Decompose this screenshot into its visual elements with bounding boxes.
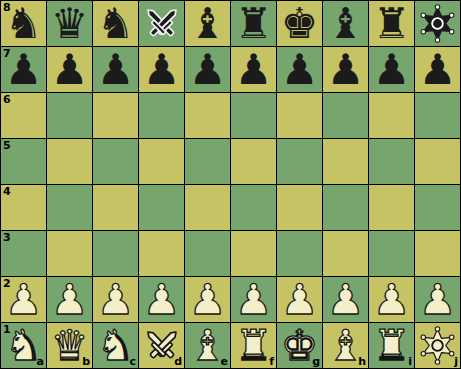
square-c4[interactable] <box>93 185 138 230</box>
square-g7[interactable]: ♟ <box>277 47 322 92</box>
square-a4[interactable]: 4 <box>1 185 46 230</box>
square-h6[interactable] <box>323 93 368 138</box>
black-pawn-piece[interactable]: ♟ <box>51 49 89 91</box>
black-pawn-piece[interactable]: ♟ <box>97 49 135 91</box>
square-g2[interactable]: ♟ <box>277 277 322 322</box>
square-f7[interactable]: ♟ <box>231 47 276 92</box>
square-e2[interactable]: ♟ <box>185 277 230 322</box>
square-a2[interactable]: 2♟ <box>1 277 46 322</box>
square-j4[interactable] <box>415 185 460 230</box>
square-c7[interactable]: ♟ <box>93 47 138 92</box>
white-pawn-piece[interactable]: ♟ <box>373 279 411 321</box>
rank-label-4: 4 <box>3 186 11 197</box>
square-a5[interactable]: 5 <box>1 139 46 184</box>
white-pawn-piece[interactable]: ♟ <box>51 279 89 321</box>
white-bishop-piece[interactable]: ♝ <box>327 325 365 367</box>
square-h5[interactable] <box>323 139 368 184</box>
square-h7[interactable]: ♟ <box>323 47 368 92</box>
square-i2[interactable]: ♟ <box>369 277 414 322</box>
square-h3[interactable] <box>323 231 368 276</box>
square-f1[interactable]: f♜ <box>231 323 276 368</box>
rank-label-6: 6 <box>3 94 11 105</box>
black-pawn-piece[interactable]: ♟ <box>143 49 181 91</box>
square-g1[interactable]: g♚ <box>277 323 322 368</box>
square-h8[interactable]: ♝ <box>323 1 368 46</box>
white-pawn-piece[interactable]: ♟ <box>143 279 181 321</box>
square-j5[interactable] <box>415 139 460 184</box>
square-g5[interactable] <box>277 139 322 184</box>
black-pawn-piece[interactable]: ♟ <box>189 49 227 91</box>
square-e8[interactable]: ♝ <box>185 1 230 46</box>
chess-board: 8♞♛♞♝♜♚♝♜7♟♟♟♟♟♟♟♟♟♟65432♟♟♟♟♟♟♟♟♟♟1a♞b♛… <box>0 0 461 369</box>
square-e4[interactable] <box>185 185 230 230</box>
square-a7[interactable]: 7♟ <box>1 47 46 92</box>
white-crossed-swords-piece[interactable] <box>141 325 183 367</box>
black-pawn-piece[interactable]: ♟ <box>235 49 273 91</box>
black-pawn-piece[interactable]: ♟ <box>327 49 365 91</box>
square-c2[interactable]: ♟ <box>93 277 138 322</box>
square-d2[interactable]: ♟ <box>139 277 184 322</box>
square-f5[interactable] <box>231 139 276 184</box>
square-d5[interactable] <box>139 139 184 184</box>
square-h2[interactable]: ♟ <box>323 277 368 322</box>
black-pawn-piece[interactable]: ♟ <box>5 49 43 91</box>
square-f4[interactable] <box>231 185 276 230</box>
black-king-piece[interactable]: ♚ <box>281 3 319 45</box>
square-h1[interactable]: h♝ <box>323 323 368 368</box>
square-j2[interactable]: ♟ <box>415 277 460 322</box>
square-c6[interactable] <box>93 93 138 138</box>
white-knight-piece[interactable]: ♞ <box>97 325 135 367</box>
square-i3[interactable] <box>369 231 414 276</box>
square-i7[interactable]: ♟ <box>369 47 414 92</box>
square-j1[interactable]: j <box>415 323 460 368</box>
white-pawn-piece[interactable]: ♟ <box>5 279 43 321</box>
square-c8[interactable]: ♞ <box>93 1 138 46</box>
square-i8[interactable]: ♜ <box>369 1 414 46</box>
square-g3[interactable] <box>277 231 322 276</box>
square-b7[interactable]: ♟ <box>47 47 92 92</box>
square-e1[interactable]: e♝ <box>185 323 230 368</box>
square-b4[interactable] <box>47 185 92 230</box>
square-b8[interactable]: ♛ <box>47 1 92 46</box>
square-j6[interactable] <box>415 93 460 138</box>
white-bishop-piece[interactable]: ♝ <box>189 325 227 367</box>
square-a1[interactable]: 1a♞ <box>1 323 46 368</box>
white-pawn-piece[interactable]: ♟ <box>281 279 319 321</box>
square-i6[interactable] <box>369 93 414 138</box>
square-e3[interactable] <box>185 231 230 276</box>
square-f6[interactable] <box>231 93 276 138</box>
white-rook-piece[interactable]: ♜ <box>235 325 273 367</box>
square-c3[interactable] <box>93 231 138 276</box>
square-b2[interactable]: ♟ <box>47 277 92 322</box>
square-h4[interactable] <box>323 185 368 230</box>
black-crossed-swords-piece[interactable] <box>141 3 183 45</box>
square-a6[interactable]: 6 <box>1 93 46 138</box>
square-d7[interactable]: ♟ <box>139 47 184 92</box>
square-d4[interactable] <box>139 185 184 230</box>
square-g6[interactable] <box>277 93 322 138</box>
white-queen-piece[interactable]: ♛ <box>51 325 89 367</box>
square-d6[interactable] <box>139 93 184 138</box>
square-j8[interactable] <box>415 1 460 46</box>
square-e5[interactable] <box>185 139 230 184</box>
square-d8[interactable] <box>139 1 184 46</box>
square-b6[interactable] <box>47 93 92 138</box>
square-a8[interactable]: 8♞ <box>1 1 46 46</box>
black-pawn-piece[interactable]: ♟ <box>281 49 319 91</box>
square-e6[interactable] <box>185 93 230 138</box>
square-g8[interactable]: ♚ <box>277 1 322 46</box>
square-i5[interactable] <box>369 139 414 184</box>
black-queen-piece[interactable]: ♛ <box>51 3 89 45</box>
black-bishop-piece[interactable]: ♝ <box>327 3 365 45</box>
square-i1[interactable]: i♜ <box>369 323 414 368</box>
square-d3[interactable] <box>139 231 184 276</box>
square-f3[interactable] <box>231 231 276 276</box>
square-i4[interactable] <box>369 185 414 230</box>
white-rook-piece[interactable]: ♜ <box>373 325 411 367</box>
white-pawn-piece[interactable]: ♟ <box>235 279 273 321</box>
black-pawn-piece[interactable]: ♟ <box>419 49 457 91</box>
square-g4[interactable] <box>277 185 322 230</box>
white-pawn-piece[interactable]: ♟ <box>419 279 457 321</box>
black-pawn-piece[interactable]: ♟ <box>373 49 411 91</box>
white-knight-piece[interactable]: ♞ <box>5 325 43 367</box>
square-e7[interactable]: ♟ <box>185 47 230 92</box>
white-sheriff-star-piece[interactable] <box>417 325 458 366</box>
black-rook-piece[interactable]: ♜ <box>373 3 411 45</box>
square-f2[interactable]: ♟ <box>231 277 276 322</box>
black-sheriff-star-piece[interactable] <box>417 3 458 44</box>
square-a3[interactable]: 3 <box>1 231 46 276</box>
black-knight-piece[interactable]: ♞ <box>97 3 135 45</box>
black-knight-piece[interactable]: ♞ <box>5 3 43 45</box>
square-j3[interactable] <box>415 231 460 276</box>
rank-label-3: 3 <box>3 232 11 243</box>
white-pawn-piece[interactable]: ♟ <box>97 279 135 321</box>
square-b1[interactable]: b♛ <box>47 323 92 368</box>
black-rook-piece[interactable]: ♜ <box>235 3 273 45</box>
black-bishop-piece[interactable]: ♝ <box>189 3 227 45</box>
square-j7[interactable]: ♟ <box>415 47 460 92</box>
square-b5[interactable] <box>47 139 92 184</box>
square-c1[interactable]: c♞ <box>93 323 138 368</box>
white-pawn-piece[interactable]: ♟ <box>327 279 365 321</box>
white-king-piece[interactable]: ♚ <box>281 325 319 367</box>
square-b3[interactable] <box>47 231 92 276</box>
white-pawn-piece[interactable]: ♟ <box>189 279 227 321</box>
square-f8[interactable]: ♜ <box>231 1 276 46</box>
square-c5[interactable] <box>93 139 138 184</box>
rank-label-5: 5 <box>3 140 11 151</box>
square-d1[interactable]: d <box>139 323 184 368</box>
